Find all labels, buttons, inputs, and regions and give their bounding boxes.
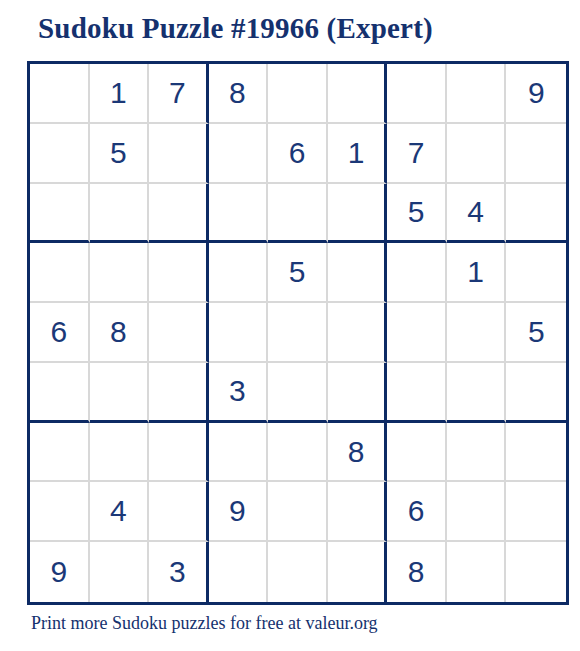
cell-r6c9 <box>506 363 566 423</box>
cell-r1c7 <box>387 64 447 124</box>
cell-r1c8 <box>447 64 507 124</box>
cell-r4c9 <box>506 243 566 303</box>
cell-r7c4 <box>209 423 269 483</box>
cell-r1c5 <box>268 64 328 124</box>
cell-r8c1 <box>30 482 90 542</box>
cell-r2c7: 7 <box>387 124 447 184</box>
cell-r4c7 <box>387 243 447 303</box>
cell-r2c6: 1 <box>328 124 388 184</box>
cell-r5c6 <box>328 303 388 363</box>
cell-r3c1 <box>30 184 90 244</box>
cell-r8c8 <box>447 482 507 542</box>
cell-r4c5: 5 <box>268 243 328 303</box>
cell-r6c3 <box>149 363 209 423</box>
cell-r4c6 <box>328 243 388 303</box>
cell-r2c4 <box>209 124 269 184</box>
cell-r7c3 <box>149 423 209 483</box>
cell-r2c8 <box>447 124 507 184</box>
cell-r3c6 <box>328 184 388 244</box>
sudoku-page: Sudoku Puzzle #19966 (Expert) 1789561754… <box>0 0 580 651</box>
cell-r3c8: 4 <box>447 184 507 244</box>
cell-r5c7 <box>387 303 447 363</box>
cell-r2c3 <box>149 124 209 184</box>
cell-r1c4: 8 <box>209 64 269 124</box>
cell-r7c2 <box>90 423 150 483</box>
cell-r2c1 <box>30 124 90 184</box>
cell-r2c5: 6 <box>268 124 328 184</box>
cell-r6c8 <box>447 363 507 423</box>
cell-r8c9 <box>506 482 566 542</box>
cell-r5c4 <box>209 303 269 363</box>
cell-r6c2 <box>90 363 150 423</box>
cell-r6c4: 3 <box>209 363 269 423</box>
footer-note: Print more Sudoku puzzles for free at va… <box>31 613 378 634</box>
cell-r5c5 <box>268 303 328 363</box>
cell-r9c7: 8 <box>387 542 447 602</box>
cell-r6c1 <box>30 363 90 423</box>
cell-r9c1: 9 <box>30 542 90 602</box>
cell-r9c3: 3 <box>149 542 209 602</box>
page-title: Sudoku Puzzle #19966 (Expert) <box>38 12 433 45</box>
cell-r7c9 <box>506 423 566 483</box>
cell-r5c3 <box>149 303 209 363</box>
cell-r9c8 <box>447 542 507 602</box>
cell-r8c4: 9 <box>209 482 269 542</box>
cell-r9c2 <box>90 542 150 602</box>
cell-r1c9: 9 <box>506 64 566 124</box>
cell-r7c1 <box>30 423 90 483</box>
sudoku-board: 17895617545168538496938 <box>27 61 569 605</box>
cell-r5c8 <box>447 303 507 363</box>
cell-r3c4 <box>209 184 269 244</box>
cell-r6c5 <box>268 363 328 423</box>
cell-r3c2 <box>90 184 150 244</box>
cell-r4c8: 1 <box>447 243 507 303</box>
cell-r6c6 <box>328 363 388 423</box>
cell-r7c7 <box>387 423 447 483</box>
cell-r4c3 <box>149 243 209 303</box>
cell-r2c9 <box>506 124 566 184</box>
cell-r1c2: 1 <box>90 64 150 124</box>
cell-r8c6 <box>328 482 388 542</box>
cell-r8c7: 6 <box>387 482 447 542</box>
cell-r2c2: 5 <box>90 124 150 184</box>
cell-r4c1 <box>30 243 90 303</box>
cell-r4c4 <box>209 243 269 303</box>
cell-r7c6: 8 <box>328 423 388 483</box>
cell-r3c3 <box>149 184 209 244</box>
cell-r9c9 <box>506 542 566 602</box>
cell-r5c1: 6 <box>30 303 90 363</box>
cell-r7c8 <box>447 423 507 483</box>
cell-r4c2 <box>90 243 150 303</box>
cell-r8c5 <box>268 482 328 542</box>
cell-r3c9 <box>506 184 566 244</box>
cell-r6c7 <box>387 363 447 423</box>
cell-r5c2: 8 <box>90 303 150 363</box>
cell-r3c5 <box>268 184 328 244</box>
cell-r1c6 <box>328 64 388 124</box>
cell-r9c4 <box>209 542 269 602</box>
cell-r1c3: 7 <box>149 64 209 124</box>
cell-r9c6 <box>328 542 388 602</box>
cell-r3c7: 5 <box>387 184 447 244</box>
cell-r7c5 <box>268 423 328 483</box>
cell-r8c3 <box>149 482 209 542</box>
cell-r8c2: 4 <box>90 482 150 542</box>
cell-r5c9: 5 <box>506 303 566 363</box>
cell-r1c1 <box>30 64 90 124</box>
cell-r9c5 <box>268 542 328 602</box>
